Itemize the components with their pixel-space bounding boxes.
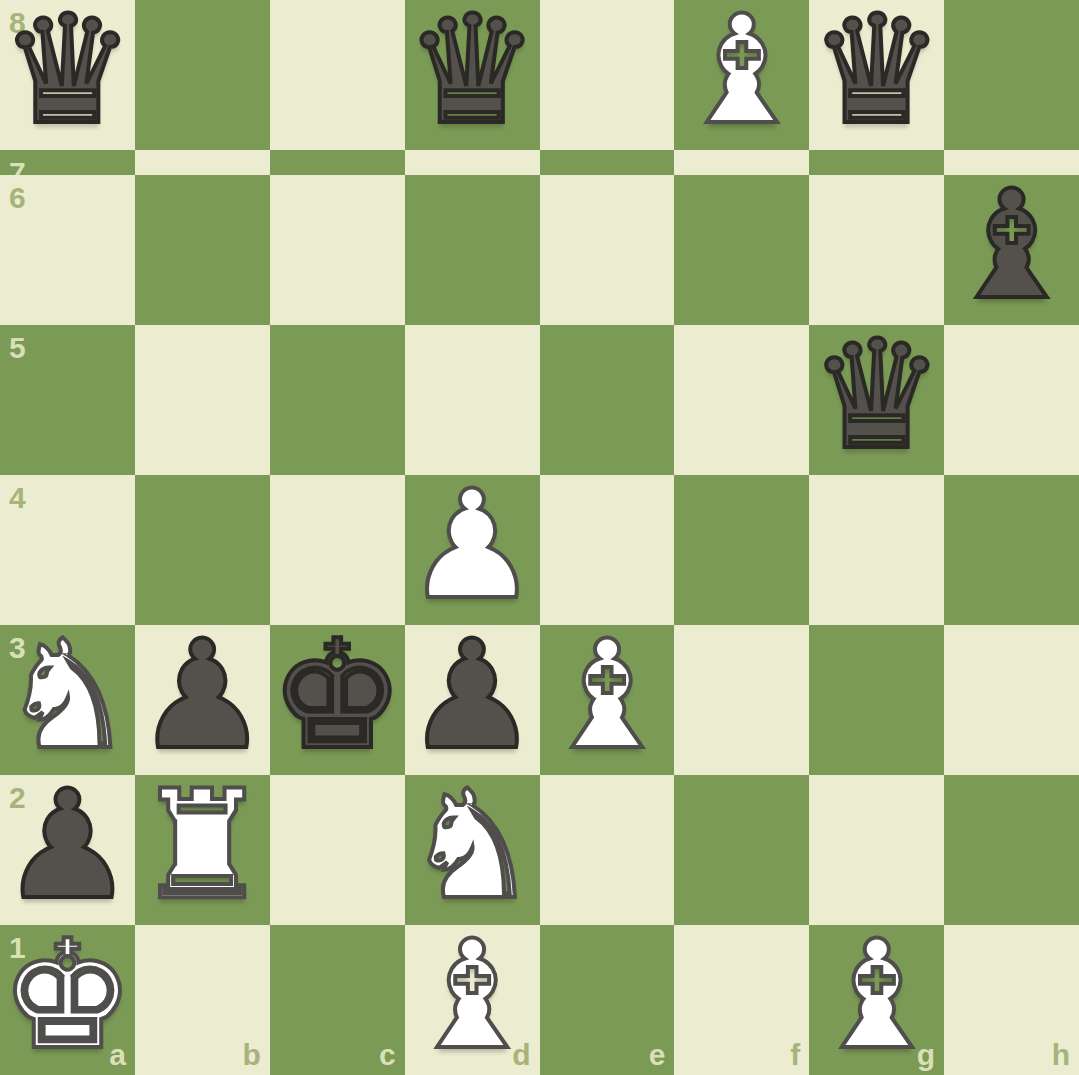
square-b1[interactable]: b <box>135 925 270 1075</box>
piece-white-bishop-f8[interactable]: ♝ <box>675 0 809 145</box>
piece-black-pawn-a2[interactable]: ♟ <box>0 770 134 920</box>
piece-white-bishop-g1[interactable]: ♝ <box>809 920 943 1070</box>
square-e4[interactable] <box>540 475 675 625</box>
square-f1[interactable]: f <box>674 925 809 1075</box>
piece-black-queen-d8[interactable]: ♛ <box>405 0 539 145</box>
square-d8[interactable]: ♛ <box>405 0 540 150</box>
square-h1[interactable]: h <box>944 925 1079 1075</box>
square-d4[interactable]: ♟ <box>405 475 540 625</box>
chess-board: 8♛♛♝♛76♝5♛4♟3♞♟♚♟♝2♟♜♞1a♚bcd♝efg♝h <box>0 0 1079 1075</box>
square-a5[interactable]: 5 <box>0 325 135 475</box>
square-a4[interactable]: 4 <box>0 475 135 625</box>
square-c6[interactable] <box>270 175 405 325</box>
square-f6[interactable] <box>674 175 809 325</box>
piece-black-pawn-d3[interactable]: ♟ <box>405 620 539 770</box>
square-g2[interactable] <box>809 775 944 925</box>
square-b5[interactable] <box>135 325 270 475</box>
square-e2[interactable] <box>540 775 675 925</box>
file-label-f: f <box>790 1040 800 1070</box>
square-a3[interactable]: 3♞ <box>0 625 135 775</box>
piece-white-bishop-e3[interactable]: ♝ <box>540 620 674 770</box>
square-d6[interactable] <box>405 175 540 325</box>
square-b8[interactable] <box>135 0 270 150</box>
square-a8[interactable]: 8♛ <box>0 0 135 150</box>
square-c1[interactable]: c <box>270 925 405 1075</box>
square-g3[interactable] <box>809 625 944 775</box>
square-h3[interactable] <box>944 625 1079 775</box>
square-g6[interactable] <box>809 175 944 325</box>
square-c8[interactable] <box>270 0 405 150</box>
rank-label-6: 6 <box>9 183 26 213</box>
piece-white-king-a1[interactable]: ♚ <box>0 920 134 1070</box>
piece-black-queen-g8[interactable]: ♛ <box>809 0 943 145</box>
square-c7[interactable] <box>270 150 405 175</box>
square-f4[interactable] <box>674 475 809 625</box>
square-f7[interactable] <box>674 150 809 175</box>
square-b4[interactable] <box>135 475 270 625</box>
square-d1[interactable]: d♝ <box>405 925 540 1075</box>
square-c4[interactable] <box>270 475 405 625</box>
square-f2[interactable] <box>674 775 809 925</box>
square-d7[interactable] <box>405 150 540 175</box>
piece-black-queen-a8[interactable]: ♛ <box>0 0 134 145</box>
piece-white-knight-a3[interactable]: ♞ <box>0 620 134 770</box>
square-g5[interactable]: ♛ <box>809 325 944 475</box>
square-f5[interactable] <box>674 325 809 475</box>
square-d2[interactable]: ♞ <box>405 775 540 925</box>
square-e5[interactable] <box>540 325 675 475</box>
square-c3[interactable]: ♚ <box>270 625 405 775</box>
square-h4[interactable] <box>944 475 1079 625</box>
piece-black-king-c3[interactable]: ♚ <box>270 620 404 770</box>
square-e6[interactable] <box>540 175 675 325</box>
square-d3[interactable]: ♟ <box>405 625 540 775</box>
square-g4[interactable] <box>809 475 944 625</box>
square-c5[interactable] <box>270 325 405 475</box>
square-h2[interactable] <box>944 775 1079 925</box>
square-b7[interactable] <box>135 150 270 175</box>
file-label-h: h <box>1052 1040 1070 1070</box>
rank-label-4: 4 <box>9 483 26 513</box>
piece-black-bishop-h6[interactable]: ♝ <box>944 170 1078 320</box>
square-d5[interactable] <box>405 325 540 475</box>
square-f3[interactable] <box>674 625 809 775</box>
square-c2[interactable] <box>270 775 405 925</box>
square-e7[interactable] <box>540 150 675 175</box>
square-a6[interactable]: 6 <box>0 175 135 325</box>
square-g7[interactable] <box>809 150 944 175</box>
square-a2[interactable]: 2♟ <box>0 775 135 925</box>
piece-white-rook-b2[interactable]: ♜ <box>135 770 269 920</box>
square-b3[interactable]: ♟ <box>135 625 270 775</box>
rank-label-5: 5 <box>9 333 26 363</box>
square-e3[interactable]: ♝ <box>540 625 675 775</box>
file-label-b: b <box>242 1040 260 1070</box>
file-label-e: e <box>649 1040 666 1070</box>
piece-black-pawn-b3[interactable]: ♟ <box>135 620 269 770</box>
square-g1[interactable]: g♝ <box>809 925 944 1075</box>
square-h8[interactable] <box>944 0 1079 150</box>
piece-white-pawn-d4[interactable]: ♟ <box>405 470 539 620</box>
square-a7[interactable]: 7 <box>0 150 135 175</box>
square-h6[interactable]: ♝ <box>944 175 1079 325</box>
square-e1[interactable]: e <box>540 925 675 1075</box>
square-h5[interactable] <box>944 325 1079 475</box>
square-b2[interactable]: ♜ <box>135 775 270 925</box>
piece-white-bishop-d1[interactable]: ♝ <box>405 920 539 1070</box>
square-b6[interactable] <box>135 175 270 325</box>
square-g8[interactable]: ♛ <box>809 0 944 150</box>
square-f8[interactable]: ♝ <box>674 0 809 150</box>
square-e8[interactable] <box>540 0 675 150</box>
square-a1[interactable]: 1a♚ <box>0 925 135 1075</box>
file-label-c: c <box>379 1040 396 1070</box>
piece-white-knight-d2[interactable]: ♞ <box>405 770 539 920</box>
piece-black-queen-g5[interactable]: ♛ <box>809 320 943 470</box>
